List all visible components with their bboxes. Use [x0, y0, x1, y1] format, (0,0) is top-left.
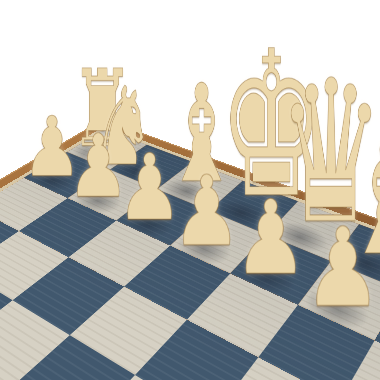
white-pawn-d2[interactable]: ♟ [234, 189, 296, 286]
white-pawn-e2[interactable]: ♟ [172, 166, 230, 258]
white-pawn-f2[interactable]: ♟ [117, 144, 172, 231]
wooden-board-frame: ♜♞♝♚♛♝♞♜♟♟♟♟♟♟♟♟ [0, 119, 380, 380]
square-g4[interactable] [0, 231, 69, 300]
square-c2[interactable]: ♟ [298, 261, 380, 340]
white-pawn-g2[interactable]: ♟ [67, 125, 119, 207]
white-pawn-c2[interactable]: ♟ [304, 216, 369, 320]
chess-board: ♜♞♝♚♛♝♞♜♟♟♟♟♟♟♟♟ [0, 129, 380, 380]
square-f4[interactable] [13, 257, 125, 335]
chess-set-photo-scene: ♜♞♝♚♛♝♞♜♟♟♟♟♟♟♟♟ [0, 0, 380, 380]
white-pawn-h2[interactable]: ♟ [22, 108, 72, 186]
